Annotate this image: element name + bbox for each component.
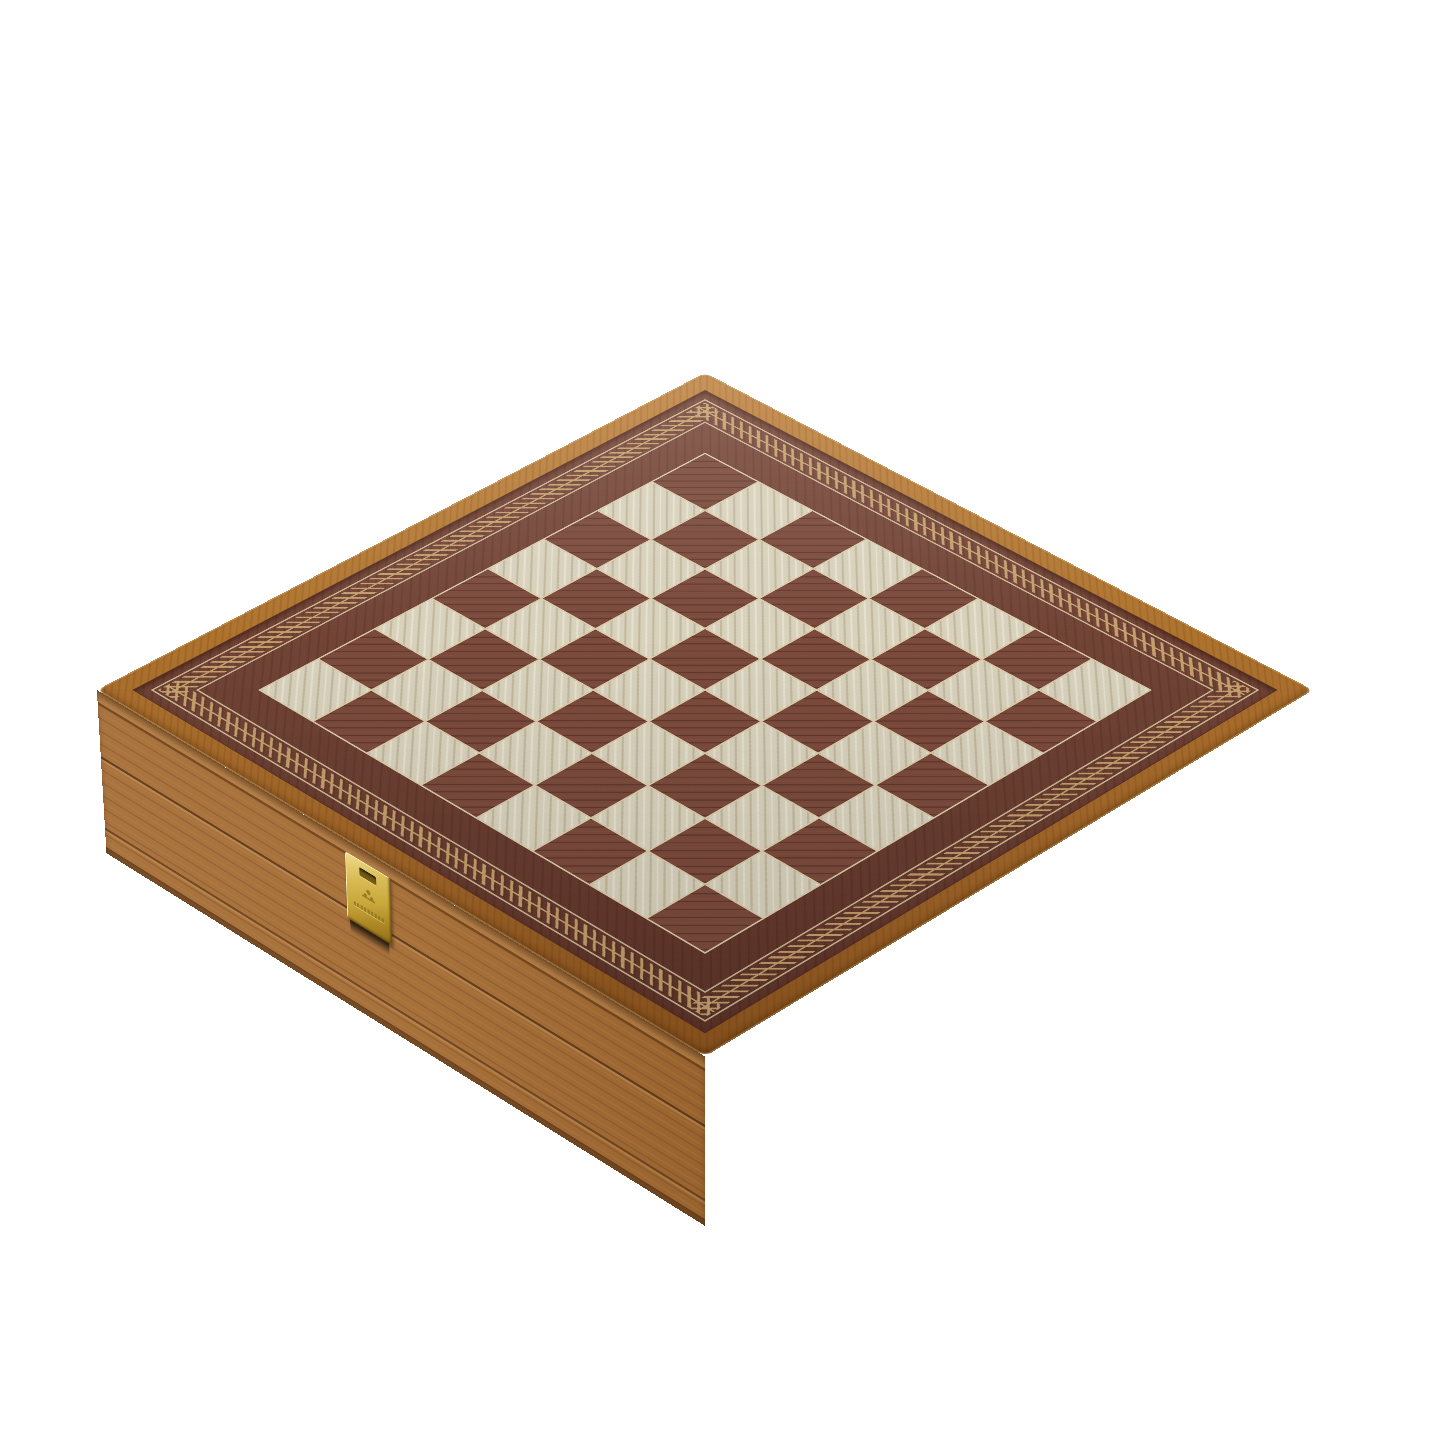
square-f8 (534, 819, 646, 884)
square-h7 (706, 852, 819, 918)
square-e7 (536, 754, 647, 817)
square-h4 (877, 754, 988, 817)
square-g5 (763, 754, 874, 817)
square-c8 (368, 722, 478, 784)
square-g8 (591, 852, 704, 918)
brand-emboss-mark (354, 901, 385, 924)
square-f7 (592, 786, 703, 850)
square-d8 (422, 754, 533, 817)
square-f5 (706, 722, 816, 784)
latch-slot-icon (359, 867, 376, 886)
square-f6 (650, 754, 761, 817)
square-h3 (932, 722, 1042, 784)
square-h8 (648, 885, 762, 952)
square-d7 (481, 722, 591, 784)
laurel-border-right (687, 681, 1252, 1018)
square-d6 (538, 691, 647, 753)
clasp-latch (345, 851, 392, 945)
chess-box (97, 373, 1313, 1057)
square-e5 (650, 691, 759, 753)
photo-background: Wooden chess storage box with inlaid che… (0, 0, 1445, 1445)
square-h2 (987, 691, 1096, 753)
square-h6 (764, 819, 876, 884)
square-g4 (819, 722, 929, 784)
square-f4 (762, 691, 871, 753)
square-g7 (649, 819, 761, 884)
square-c7 (426, 691, 535, 753)
square-e6 (594, 722, 704, 784)
brand-crest-icon (362, 886, 375, 907)
square-g6 (706, 786, 817, 850)
square-e8 (478, 786, 589, 850)
square-h5 (821, 786, 932, 850)
square-b8 (314, 691, 423, 753)
square-g3 (875, 691, 984, 753)
